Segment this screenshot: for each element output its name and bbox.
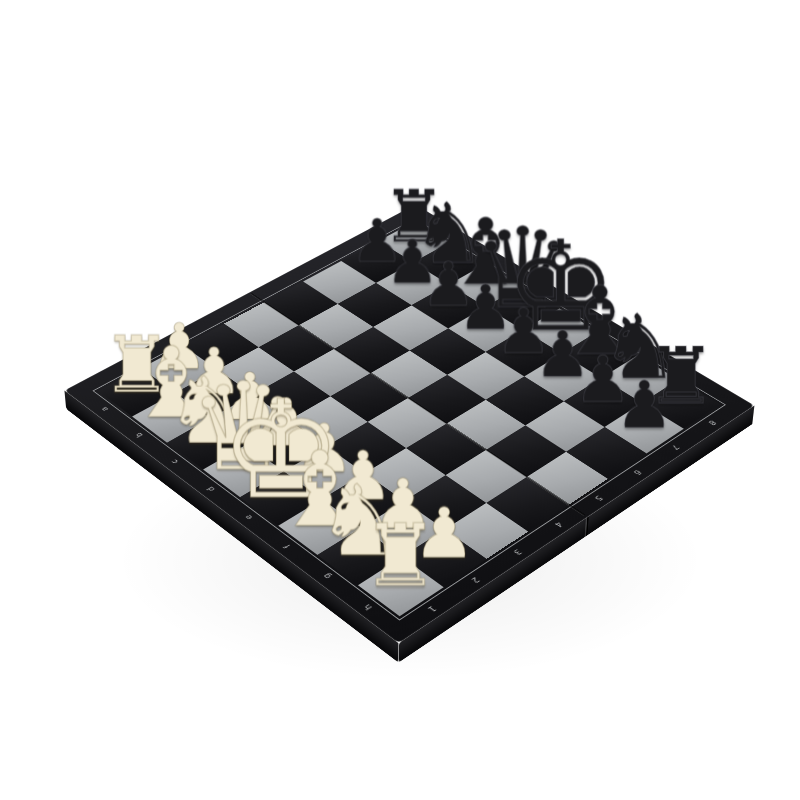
product-photo-scene: abcdefgh 87654321 ♜♞♝♛♚♝♞♜♟♟♟♟♟♟♟♟♟♟♟♟♟♟…	[0, 0, 800, 800]
black-rook-a8: ♜	[382, 180, 446, 251]
page: { "game": "chess", "position": { "fen": …	[0, 0, 800, 800]
square-g8: ♞	[601, 355, 678, 403]
board-grid: ♜♞♝♛♚♝♞♜♟♟♟♟♟♟♟♟♟♟♟♟♟♟♟♟♜♝♞♛♚♝♞♜	[98, 222, 720, 617]
black-pawn-g7: ♟	[574, 347, 632, 411]
white-rook-a1: ♜	[102, 325, 172, 403]
board-frame: abcdefgh 87654321 ♜♞♝♛♚♝♞♜♟♟♟♟♟♟♟♟♟♟♟♟♟♟…	[64, 204, 754, 643]
